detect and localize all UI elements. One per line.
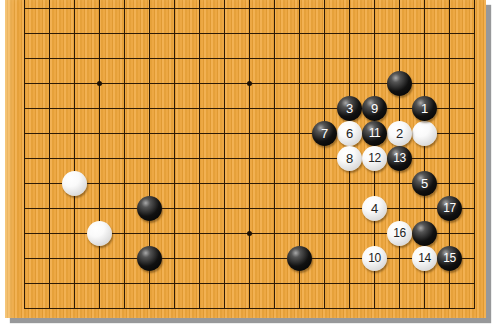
grid-line-vertical	[199, 0, 200, 309]
grid-line-vertical	[274, 0, 275, 309]
move-number: 10	[368, 246, 380, 271]
grid-line-vertical	[224, 0, 225, 309]
move-number: 7	[321, 121, 328, 146]
stone-black-q10	[387, 71, 412, 96]
move-number: 11	[369, 121, 380, 146]
stone-white-p3: 10	[362, 246, 387, 271]
grid-line-horizontal	[24, 58, 475, 59]
move-number: 1	[421, 96, 428, 121]
stone-black-r6: 5	[412, 171, 437, 196]
move-number: 13	[393, 146, 405, 171]
grid-line-vertical	[174, 0, 175, 309]
grid-line-horizontal	[24, 33, 475, 34]
grid-line-horizontal	[24, 258, 475, 259]
stone-black-n8: 7	[312, 121, 337, 146]
stone-white-p5: 4	[362, 196, 387, 221]
star-point-k10	[247, 81, 252, 86]
grid-line-vertical	[74, 0, 75, 309]
stone-white-p7: 12	[362, 146, 387, 171]
stone-black-p9: 9	[362, 96, 387, 121]
stone-black-q7: 13	[387, 146, 412, 171]
star-point-d10	[97, 81, 102, 86]
grid-line-horizontal	[24, 8, 475, 9]
move-number: 2	[396, 121, 403, 146]
move-number: 17	[443, 196, 455, 221]
grid-line-vertical	[24, 0, 25, 309]
stone-black-m3	[287, 246, 312, 271]
stone-white-q8: 2	[387, 121, 412, 146]
move-number: 4	[371, 196, 378, 221]
grid-line-horizontal	[24, 208, 475, 209]
go-diagram: 1234567891011121314151617	[0, 0, 500, 335]
stone-black-s5: 17	[437, 196, 462, 221]
grid-line-horizontal	[24, 308, 475, 309]
move-number: 8	[346, 146, 353, 171]
grid-line-horizontal	[24, 183, 475, 184]
grid-line-vertical	[324, 0, 325, 309]
grid-line-horizontal	[24, 108, 475, 109]
move-number: 15	[443, 246, 455, 271]
move-number: 16	[393, 221, 405, 246]
stone-white-c6	[62, 171, 87, 196]
stone-black-o9: 3	[337, 96, 362, 121]
star-point-k4	[247, 231, 252, 236]
grid-line-vertical	[474, 0, 475, 309]
stone-white-d4	[87, 221, 112, 246]
move-number: 9	[371, 96, 378, 121]
stone-black-f3	[137, 246, 162, 271]
stone-black-p8: 11	[362, 121, 387, 146]
move-number: 3	[346, 96, 353, 121]
grid-line-vertical	[124, 0, 125, 309]
move-number: 12	[368, 146, 380, 171]
stone-black-r4	[412, 221, 437, 246]
grid-line-vertical	[249, 0, 250, 309]
stone-white-r3: 14	[412, 246, 437, 271]
move-number: 5	[421, 171, 428, 196]
grid-line-vertical	[99, 0, 100, 309]
stone-white-o8: 6	[337, 121, 362, 146]
grid-line-horizontal	[24, 283, 475, 284]
move-number: 14	[418, 246, 430, 271]
move-number: 6	[346, 121, 353, 146]
stone-white-o7: 8	[337, 146, 362, 171]
go-board[interactable]: 1234567891011121314151617	[5, 0, 486, 318]
stone-black-f5	[137, 196, 162, 221]
stone-white-q4: 16	[387, 221, 412, 246]
grid-line-vertical	[49, 0, 50, 309]
stone-black-r9: 1	[412, 96, 437, 121]
stone-black-s3: 15	[437, 246, 462, 271]
stone-white-r8	[412, 121, 437, 146]
